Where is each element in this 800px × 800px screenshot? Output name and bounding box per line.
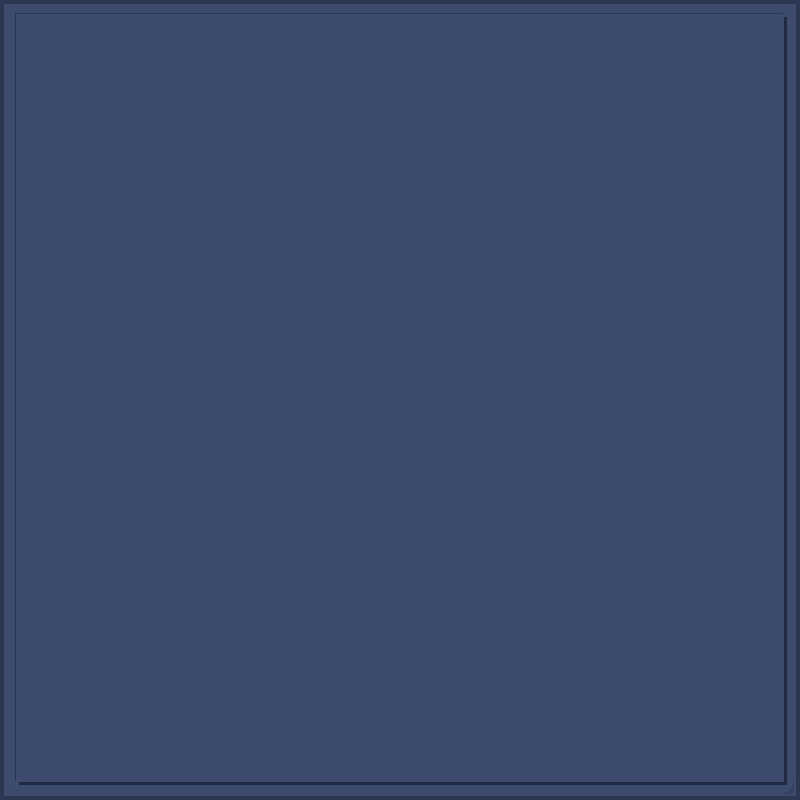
corner-watermark-icon [768, 768, 794, 794]
board-frame [0, 0, 800, 800]
chess-board [16, 14, 784, 782]
